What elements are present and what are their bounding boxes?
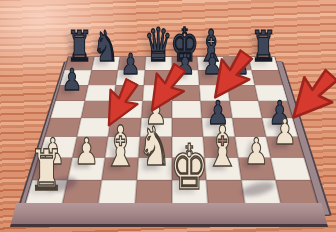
square-a5[interactable] [50, 101, 84, 118]
white-bishop-f2[interactable]: ♝ [205, 118, 240, 175]
square-h2[interactable] [271, 157, 311, 180]
square-c1[interactable] [98, 180, 136, 205]
square-f1[interactable] [206, 180, 244, 205]
black-pawn-a6[interactable]: ♟ [62, 65, 83, 95]
white-pawn-g2[interactable]: ♟ [244, 134, 269, 170]
white-knight-d2[interactable]: ♞ [138, 121, 171, 175]
square-h1[interactable] [276, 180, 318, 205]
square-d1[interactable] [135, 180, 172, 205]
white-rook-a1[interactable]: ♜ [29, 142, 64, 199]
black-knight-b8[interactable]: ♞ [93, 26, 119, 68]
white-king-e1[interactable]: ♚ [170, 137, 209, 199]
white-pawn-b2[interactable]: ♟ [74, 134, 99, 170]
chess-illustration: ♜♞♛♚♝♜♟♟♟♟♟♟♟♟♟♟♟♝♞♝♟♜♚ [0, 0, 336, 232]
black-pawn-c7[interactable]: ♟ [121, 51, 141, 80]
board-front-edge [10, 203, 328, 227]
